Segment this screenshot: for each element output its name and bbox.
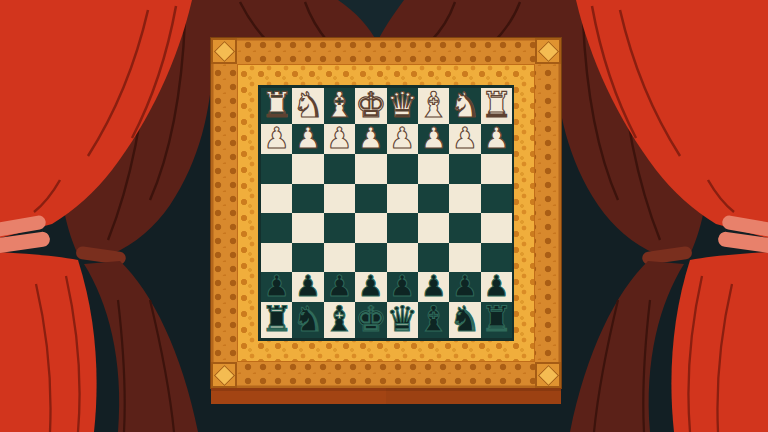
board-square-d4[interactable] — [387, 184, 418, 214]
board-square-e1[interactable]: ♚ — [355, 88, 386, 124]
black-rook[interactable]: ♜ — [481, 302, 512, 337]
board-square-c4[interactable] — [418, 184, 449, 214]
black-king[interactable]: ♚ — [355, 302, 386, 337]
white-queen[interactable]: ♛ — [387, 88, 418, 123]
board-square-e4[interactable] — [355, 184, 386, 214]
board-square-g6[interactable] — [292, 243, 323, 273]
board-square-h4[interactable] — [261, 184, 292, 214]
board-square-a3[interactable] — [481, 154, 512, 184]
board-square-a6[interactable] — [481, 243, 512, 273]
white-pawn[interactable]: ♟ — [452, 124, 478, 153]
chess-board[interactable]: ♜♞♝♚♛♝♞♜♟♟♟♟♟♟♟♟♟♟♟♟♟♟♟♟♜♞♝♚♛♝♞♜ — [258, 85, 514, 341]
board-square-g8[interactable]: ♞ — [292, 302, 323, 338]
white-pawn[interactable]: ♟ — [295, 124, 321, 153]
board-square-c2[interactable]: ♟ — [418, 124, 449, 154]
board-square-a7[interactable]: ♟ — [481, 272, 512, 302]
white-king[interactable]: ♚ — [355, 88, 386, 123]
board-square-g7[interactable]: ♟ — [292, 272, 323, 302]
board-square-c7[interactable]: ♟ — [418, 272, 449, 302]
board-square-d6[interactable] — [387, 243, 418, 273]
board-square-a8[interactable]: ♜ — [481, 302, 512, 338]
board-square-h7[interactable]: ♟ — [261, 272, 292, 302]
black-queen[interactable]: ♛ — [387, 302, 418, 337]
board-square-c8[interactable]: ♝ — [418, 302, 449, 338]
board-square-c3[interactable] — [418, 154, 449, 184]
board-square-a1[interactable]: ♜ — [481, 88, 512, 124]
board-square-e6[interactable] — [355, 243, 386, 273]
board-square-g2[interactable]: ♟ — [292, 124, 323, 154]
black-pawn[interactable]: ♟ — [264, 272, 290, 301]
board-square-b5[interactable] — [449, 213, 480, 243]
white-knight[interactable]: ♞ — [292, 88, 323, 123]
board-square-h8[interactable]: ♜ — [261, 302, 292, 338]
board-square-b8[interactable]: ♞ — [449, 302, 480, 338]
board-square-f2[interactable]: ♟ — [324, 124, 355, 154]
black-knight[interactable]: ♞ — [292, 302, 323, 337]
board-square-h2[interactable]: ♟ — [261, 124, 292, 154]
board-square-c1[interactable]: ♝ — [418, 88, 449, 124]
board-square-e3[interactable] — [355, 154, 386, 184]
black-knight[interactable]: ♞ — [449, 302, 480, 337]
frame-corner-ornament — [211, 362, 237, 388]
white-pawn[interactable]: ♟ — [264, 124, 290, 153]
board-frame: ♜♞♝♚♛♝♞♜♟♟♟♟♟♟♟♟♟♟♟♟♟♟♟♟♜♞♝♚♛♝♞♜ — [211, 38, 561, 388]
white-pawn[interactable]: ♟ — [421, 124, 447, 153]
board-square-a2[interactable]: ♟ — [481, 124, 512, 154]
board-square-h1[interactable]: ♜ — [261, 88, 292, 124]
white-bishop[interactable]: ♝ — [324, 88, 355, 123]
white-rook[interactable]: ♜ — [481, 88, 512, 123]
board-square-b1[interactable]: ♞ — [449, 88, 480, 124]
board-square-b4[interactable] — [449, 184, 480, 214]
board-square-f7[interactable]: ♟ — [324, 272, 355, 302]
board-square-d5[interactable] — [387, 213, 418, 243]
board-square-b6[interactable] — [449, 243, 480, 273]
board-square-g3[interactable] — [292, 154, 323, 184]
board-square-f6[interactable] — [324, 243, 355, 273]
board-square-c5[interactable] — [418, 213, 449, 243]
board-square-d2[interactable]: ♟ — [387, 124, 418, 154]
board-square-f4[interactable] — [324, 184, 355, 214]
right-front-curtain-lower — [671, 252, 768, 432]
left-front-curtain-lower — [0, 252, 97, 432]
board-square-a4[interactable] — [481, 184, 512, 214]
black-bishop[interactable]: ♝ — [418, 302, 449, 337]
board-square-e7[interactable]: ♟ — [355, 272, 386, 302]
board-square-h5[interactable] — [261, 213, 292, 243]
black-pawn[interactable]: ♟ — [326, 272, 352, 301]
white-knight[interactable]: ♞ — [449, 88, 480, 123]
board-square-h3[interactable] — [261, 154, 292, 184]
board-square-b3[interactable] — [449, 154, 480, 184]
stage-scene: ♜♞♝♚♛♝♞♜♟♟♟♟♟♟♟♟♟♟♟♟♟♟♟♟♜♞♝♚♛♝♞♜ — [0, 0, 768, 432]
black-pawn[interactable]: ♟ — [295, 272, 321, 301]
board-square-g1[interactable]: ♞ — [292, 88, 323, 124]
white-pawn[interactable]: ♟ — [358, 124, 384, 153]
board-square-f8[interactable]: ♝ — [324, 302, 355, 338]
board-square-g4[interactable] — [292, 184, 323, 214]
board-square-d3[interactable] — [387, 154, 418, 184]
board-square-f1[interactable]: ♝ — [324, 88, 355, 124]
white-rook[interactable]: ♜ — [261, 88, 292, 123]
board-square-d1[interactable]: ♛ — [387, 88, 418, 124]
board-square-e8[interactable]: ♚ — [355, 302, 386, 338]
board-square-e5[interactable] — [355, 213, 386, 243]
black-pawn[interactable]: ♟ — [483, 272, 509, 301]
white-pawn[interactable]: ♟ — [389, 124, 415, 153]
board-square-a5[interactable] — [481, 213, 512, 243]
black-pawn[interactable]: ♟ — [452, 272, 478, 301]
board-square-e2[interactable]: ♟ — [355, 124, 386, 154]
frame-corner-ornament — [535, 38, 561, 64]
frame-corner-ornament — [535, 362, 561, 388]
black-pawn[interactable]: ♟ — [389, 272, 415, 301]
board-square-g5[interactable] — [292, 213, 323, 243]
frame-corner-ornament — [211, 38, 237, 64]
black-bishop[interactable]: ♝ — [324, 302, 355, 337]
black-pawn[interactable]: ♟ — [421, 272, 447, 301]
frame-base-edge — [211, 388, 561, 404]
board-square-f5[interactable] — [324, 213, 355, 243]
white-pawn[interactable]: ♟ — [326, 124, 352, 153]
board-square-f3[interactable] — [324, 154, 355, 184]
board-square-b7[interactable]: ♟ — [449, 272, 480, 302]
board-square-h6[interactable] — [261, 243, 292, 273]
black-pawn[interactable]: ♟ — [358, 272, 384, 301]
white-bishop[interactable]: ♝ — [418, 88, 449, 123]
board-square-b2[interactable]: ♟ — [449, 124, 480, 154]
board-square-d8[interactable]: ♛ — [387, 302, 418, 338]
white-pawn[interactable]: ♟ — [483, 124, 509, 153]
board-square-c6[interactable] — [418, 243, 449, 273]
black-rook[interactable]: ♜ — [261, 302, 292, 337]
board-square-d7[interactable]: ♟ — [387, 272, 418, 302]
